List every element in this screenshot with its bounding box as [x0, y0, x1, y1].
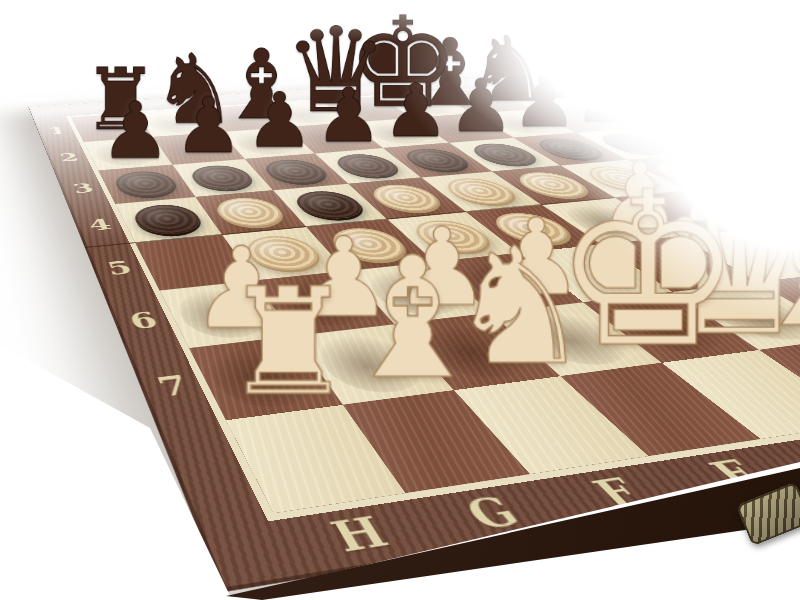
- piece-shadow: [142, 111, 213, 135]
- file-label-near: H: [316, 506, 405, 564]
- piece-shadow: [357, 266, 478, 318]
- light-checker-piece: [238, 233, 329, 272]
- piece-shadow: [407, 318, 546, 383]
- rank-label-left: 4: [78, 215, 123, 236]
- piece-shadow: [553, 201, 669, 240]
- piece-shadow: [201, 342, 330, 413]
- piece-shadow: [77, 115, 146, 139]
- dark-checker-piece: [258, 158, 335, 185]
- light-checker-piece: [209, 196, 291, 229]
- photo-scene: ♜♞♝♛♚♝♞♜♟♟♟♟♟♟♟♟♟♟♟♟♟♟♟♜♝♞♚♛♝ 1234567123…: [0, 0, 800, 600]
- dark-checker-piece: [129, 203, 208, 237]
- dark-checker-piece: [185, 164, 259, 192]
- piece-shadow: [170, 285, 283, 342]
- rank-label-left: 3: [63, 180, 104, 197]
- rank-label-left: 1: [40, 124, 75, 137]
- light-checker-piece: [322, 226, 416, 264]
- rank-label-left: 6: [116, 306, 172, 336]
- dark-checker-piece: [110, 169, 182, 198]
- piece-shadow: [90, 139, 165, 167]
- rank-label-left: 2: [51, 150, 89, 165]
- board-grid: ♜♞♝♛♚♝♞♜♟♟♟♟♟♟♟♟♟♟♟♟♟♟♟♜♝♞♚♛♝: [66, 83, 800, 521]
